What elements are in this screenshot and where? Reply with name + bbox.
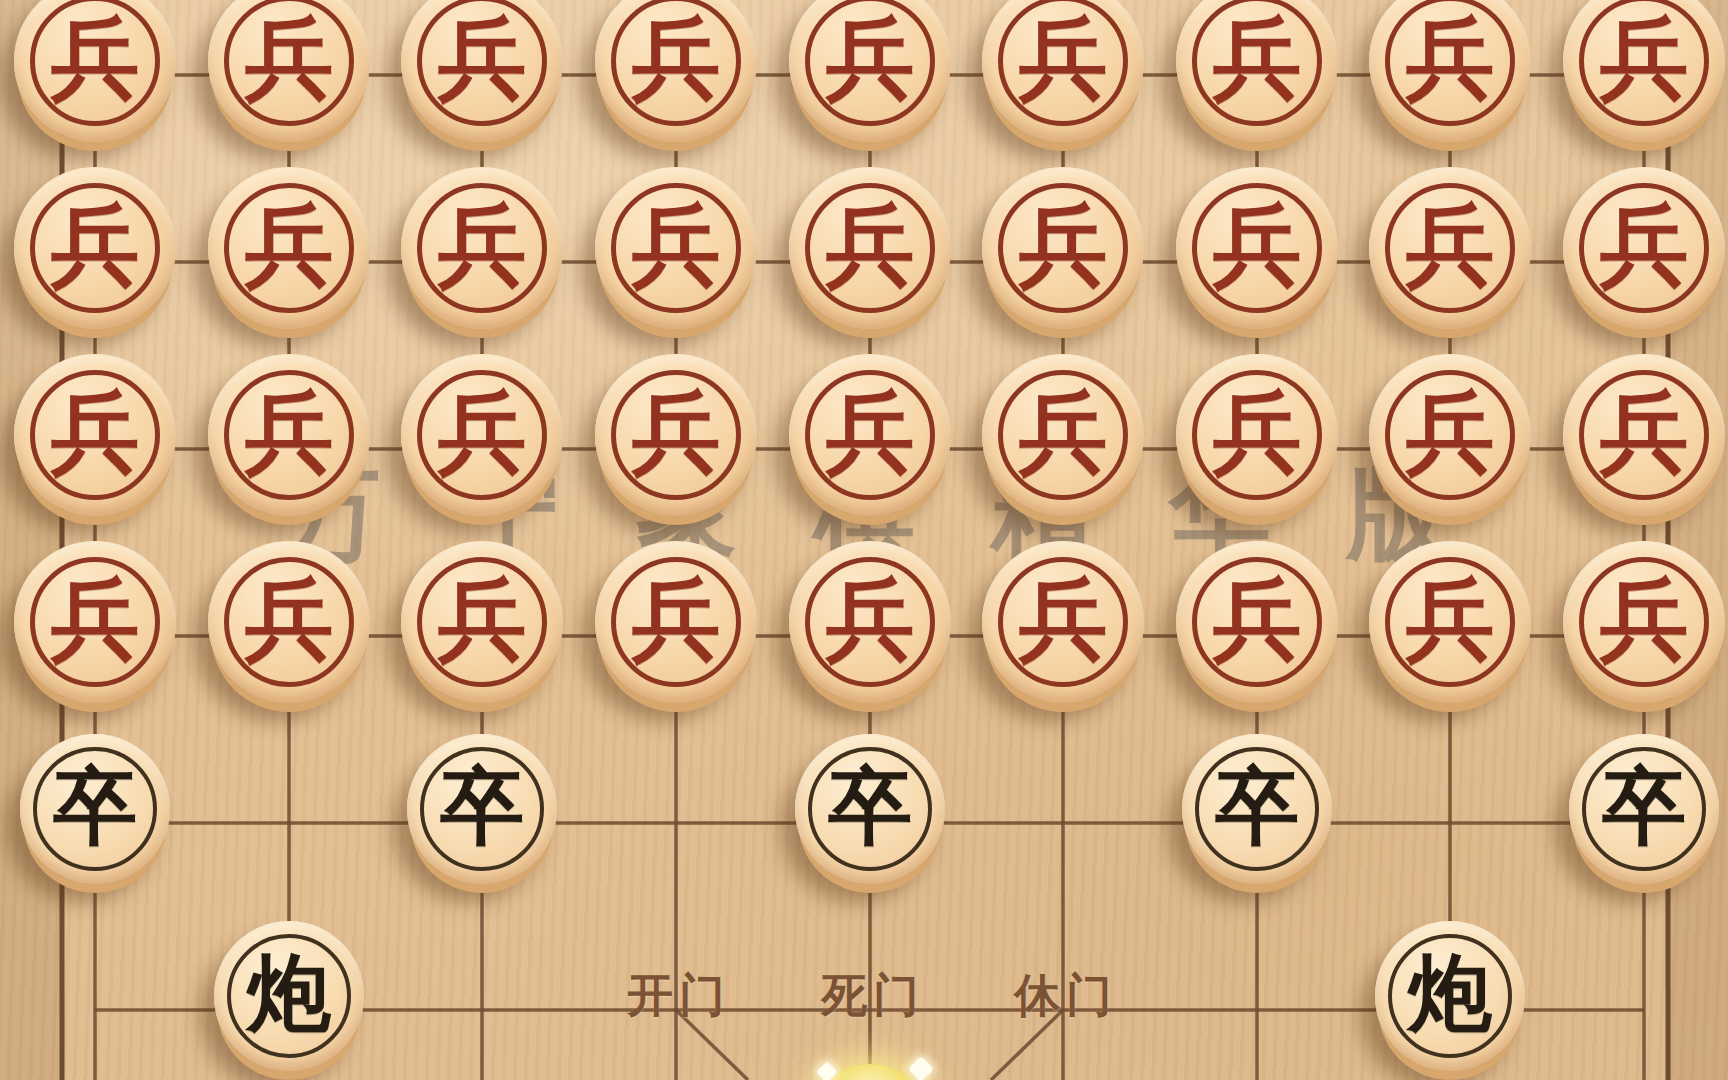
piece-character: 兵 — [1563, 538, 1725, 700]
piece-bing-r2c2[interactable]: 兵 — [208, 167, 370, 329]
piece-character: 兵 — [1176, 164, 1338, 326]
piece-pao-r6c8[interactable]: 炮 — [1375, 921, 1525, 1071]
piece-character: 兵 — [1176, 351, 1338, 513]
piece-character: 卒 — [20, 731, 170, 881]
piece-character: 兵 — [982, 351, 1144, 513]
piece-character: 兵 — [208, 0, 370, 139]
gate-label-open[interactable]: 开门 — [627, 965, 731, 1027]
piece-character: 兵 — [1369, 164, 1531, 326]
piece-bing-r3c3[interactable]: 兵 — [401, 354, 563, 516]
piece-pao-r6c2[interactable]: 炮 — [214, 921, 364, 1071]
piece-zu-r5c9[interactable]: 卒 — [1569, 734, 1719, 884]
piece-character: 兵 — [595, 351, 757, 513]
piece-character: 兵 — [789, 0, 951, 139]
piece-character: 兵 — [14, 538, 176, 700]
piece-zu-r5c7[interactable]: 卒 — [1182, 734, 1332, 884]
piece-character: 卒 — [1569, 731, 1719, 881]
piece-character: 炮 — [214, 918, 364, 1068]
piece-bing-r1c1[interactable]: 兵 — [14, 0, 176, 142]
piece-character: 卒 — [407, 731, 557, 881]
piece-character: 兵 — [401, 164, 563, 326]
piece-bing-r2c1[interactable]: 兵 — [14, 167, 176, 329]
piece-character: 兵 — [401, 0, 563, 139]
piece-bing-r1c7[interactable]: 兵 — [1176, 0, 1338, 142]
piece-character: 炮 — [1375, 918, 1525, 1068]
piece-bing-r3c2[interactable]: 兵 — [208, 354, 370, 516]
piece-bing-r3c1[interactable]: 兵 — [14, 354, 176, 516]
piece-character: 兵 — [1369, 351, 1531, 513]
piece-bing-r4c9[interactable]: 兵 — [1563, 541, 1725, 703]
piece-character: 兵 — [1563, 351, 1725, 513]
piece-character: 兵 — [789, 538, 951, 700]
piece-character: 兵 — [1176, 538, 1338, 700]
piece-bing-r1c6[interactable]: 兵 — [982, 0, 1144, 142]
piece-character: 兵 — [1176, 0, 1338, 139]
piece-bing-r2c7[interactable]: 兵 — [1176, 167, 1338, 329]
piece-bing-r3c8[interactable]: 兵 — [1369, 354, 1531, 516]
piece-bing-r2c9[interactable]: 兵 — [1563, 167, 1725, 329]
piece-zu-r5c1[interactable]: 卒 — [20, 734, 170, 884]
piece-character: 兵 — [595, 0, 757, 139]
piece-character: 兵 — [208, 538, 370, 700]
piece-character: 兵 — [1563, 164, 1725, 326]
piece-bing-r3c7[interactable]: 兵 — [1176, 354, 1338, 516]
piece-character: 兵 — [982, 538, 1144, 700]
piece-character: 兵 — [401, 538, 563, 700]
piece-character: 兵 — [982, 164, 1144, 326]
piece-zu-r5c5[interactable]: 卒 — [795, 734, 945, 884]
piece-bing-r2c6[interactable]: 兵 — [982, 167, 1144, 329]
piece-bing-r4c4[interactable]: 兵 — [595, 541, 757, 703]
piece-bing-r4c5[interactable]: 兵 — [789, 541, 951, 703]
piece-character: 卒 — [1182, 731, 1332, 881]
piece-bing-r1c4[interactable]: 兵 — [595, 0, 757, 142]
piece-bing-r3c4[interactable]: 兵 — [595, 354, 757, 516]
piece-bing-r4c6[interactable]: 兵 — [982, 541, 1144, 703]
xiangqi-board[interactable]: 万宁象棋精华版 开门 死门 休门 兵兵兵兵兵兵兵兵兵兵兵兵兵兵兵兵兵兵兵兵兵兵兵… — [0, 0, 1728, 1080]
piece-character: 兵 — [1369, 0, 1531, 139]
piece-character: 兵 — [14, 0, 176, 139]
piece-bing-r2c5[interactable]: 兵 — [789, 167, 951, 329]
piece-bing-r4c7[interactable]: 兵 — [1176, 541, 1338, 703]
piece-character: 兵 — [208, 351, 370, 513]
piece-character: 兵 — [208, 164, 370, 326]
piece-bing-r4c8[interactable]: 兵 — [1369, 541, 1531, 703]
piece-bing-r4c2[interactable]: 兵 — [208, 541, 370, 703]
piece-bing-r1c9[interactable]: 兵 — [1563, 0, 1725, 142]
gate-label-rest[interactable]: 休门 — [1014, 965, 1118, 1027]
piece-character: 兵 — [1563, 0, 1725, 139]
piece-bing-r2c8[interactable]: 兵 — [1369, 167, 1531, 329]
piece-zu-r5c3[interactable]: 卒 — [407, 734, 557, 884]
piece-bing-r4c3[interactable]: 兵 — [401, 541, 563, 703]
piece-character: 兵 — [595, 164, 757, 326]
piece-bing-r2c4[interactable]: 兵 — [595, 167, 757, 329]
piece-character: 兵 — [14, 164, 176, 326]
piece-bing-r4c1[interactable]: 兵 — [14, 541, 176, 703]
piece-character: 兵 — [789, 164, 951, 326]
piece-character: 兵 — [1369, 538, 1531, 700]
piece-character: 兵 — [595, 538, 757, 700]
piece-character: 兵 — [401, 351, 563, 513]
piece-character: 卒 — [795, 731, 945, 881]
piece-bing-r1c8[interactable]: 兵 — [1369, 0, 1531, 142]
piece-bing-r1c3[interactable]: 兵 — [401, 0, 563, 142]
piece-character: 兵 — [982, 0, 1144, 139]
gate-label-death[interactable]: 死门 — [821, 965, 925, 1027]
piece-bing-r3c5[interactable]: 兵 — [789, 354, 951, 516]
piece-bing-r2c3[interactable]: 兵 — [401, 167, 563, 329]
piece-bing-r1c2[interactable]: 兵 — [208, 0, 370, 142]
piece-bing-r3c6[interactable]: 兵 — [982, 354, 1144, 516]
piece-bing-r1c5[interactable]: 兵 — [789, 0, 951, 142]
piece-character: 兵 — [789, 351, 951, 513]
piece-character: 兵 — [14, 351, 176, 513]
piece-bing-r3c9[interactable]: 兵 — [1563, 354, 1725, 516]
